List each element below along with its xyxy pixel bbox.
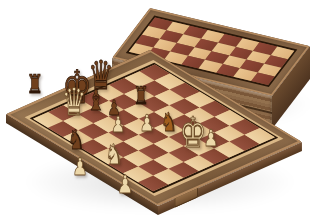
chess-set-photo: ♜♛♜♚♝♟♞♛♟♟♚♟♞♞♟♟ — [0, 0, 320, 215]
piece-dark-bishop-c7[interactable]: ♝ — [87, 87, 105, 115]
piece-light-pawn-b2[interactable]: ♟ — [72, 155, 87, 179]
piece-dark-knight-b4[interactable]: ♞ — [67, 126, 84, 153]
piece-dark-rook-a8[interactable]: ♜ — [27, 71, 44, 97]
piece-light-king-g6[interactable]: ♚ — [179, 112, 206, 154]
piece-light-pawn-d6[interactable]: ♟ — [111, 114, 125, 136]
piece-dark-amber-knight-f7[interactable]: ♞ — [161, 109, 178, 135]
piece-light-pawn-d2[interactable]: ♟ — [117, 172, 133, 197]
piece-light-queen-b6[interactable]: ♛ — [62, 83, 87, 121]
piece-light-knight-d3[interactable]: ♞ — [105, 141, 123, 169]
piece-light-pawn-e6[interactable]: ♟ — [140, 112, 155, 135]
piece-dark-rook-e8[interactable]: ♜ — [133, 84, 148, 108]
